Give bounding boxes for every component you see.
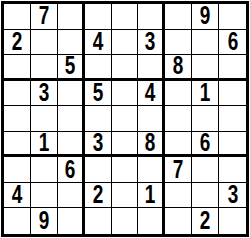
cell-r2c5[interactable] — [112, 30, 139, 56]
given-digit: 2 — [92, 183, 103, 208]
cell-r7c4[interactable] — [85, 157, 112, 183]
cell-r2c1[interactable]: 2 — [4, 30, 31, 56]
given-digit: 3 — [227, 183, 238, 208]
cell-r6c7[interactable] — [165, 132, 192, 158]
cell-r2c3[interactable] — [58, 30, 85, 56]
cell-r3c8[interactable] — [192, 55, 219, 81]
cell-r9c9[interactable] — [219, 208, 246, 234]
cell-r9c8[interactable]: 2 — [192, 208, 219, 234]
cell-r4c4[interactable]: 5 — [85, 81, 112, 107]
cell-r4c7[interactable] — [165, 81, 192, 107]
cell-r6c6[interactable]: 8 — [138, 132, 165, 158]
cell-r4c3[interactable] — [58, 81, 85, 107]
cell-r8c3[interactable] — [58, 183, 85, 209]
cell-r6c5[interactable] — [112, 132, 139, 158]
cell-r3c9[interactable] — [219, 55, 246, 81]
given-digit: 6 — [200, 132, 211, 156]
cell-r1c8[interactable]: 9 — [192, 4, 219, 30]
cell-r4c1[interactable] — [4, 81, 31, 107]
cell-r8c9[interactable]: 3 — [219, 183, 246, 209]
cell-r7c1[interactable] — [4, 157, 31, 183]
cell-r3c4[interactable] — [85, 55, 112, 81]
cell-r8c4[interactable]: 2 — [85, 183, 112, 209]
cell-r8c5[interactable] — [112, 183, 139, 209]
cell-r2c8[interactable] — [192, 30, 219, 56]
cell-r1c2[interactable]: 7 — [31, 4, 58, 30]
cell-r6c1[interactable] — [4, 132, 31, 158]
cell-r7c6[interactable] — [138, 157, 165, 183]
cell-r9c1[interactable] — [4, 208, 31, 234]
cell-r7c7[interactable]: 7 — [165, 157, 192, 183]
given-digit: 2 — [200, 208, 211, 234]
given-digit: 4 — [145, 81, 156, 106]
cell-r3c5[interactable] — [112, 55, 139, 81]
cell-r6c3[interactable] — [58, 132, 85, 158]
cell-r3c1[interactable] — [4, 55, 31, 81]
cell-r2c7[interactable] — [165, 30, 192, 56]
cell-r7c2[interactable] — [31, 157, 58, 183]
cell-r8c2[interactable] — [31, 183, 58, 209]
cell-r7c9[interactable] — [219, 157, 246, 183]
cell-r9c2[interactable]: 9 — [31, 208, 58, 234]
given-digit: 7 — [173, 157, 184, 182]
cell-r6c4[interactable]: 3 — [85, 132, 112, 158]
given-digit: 1 — [39, 132, 50, 156]
cell-r5c6[interactable] — [138, 106, 165, 132]
cell-r1c1[interactable] — [4, 4, 31, 30]
cell-r3c7[interactable]: 8 — [165, 55, 192, 81]
cell-r4c9[interactable] — [219, 81, 246, 107]
given-digit: 5 — [64, 55, 75, 79]
cell-r9c6[interactable] — [138, 208, 165, 234]
given-digit: 6 — [227, 30, 238, 55]
cell-r8c7[interactable] — [165, 183, 192, 209]
cell-r7c5[interactable] — [112, 157, 139, 183]
cell-r3c6[interactable] — [138, 55, 165, 81]
given-digit: 5 — [92, 81, 103, 106]
cell-r5c5[interactable] — [112, 106, 139, 132]
cell-r5c2[interactable] — [31, 106, 58, 132]
cell-r3c3[interactable]: 5 — [58, 55, 85, 81]
cell-r9c7[interactable] — [165, 208, 192, 234]
given-digit: 6 — [64, 157, 75, 182]
cell-r9c5[interactable] — [112, 208, 139, 234]
cell-r8c8[interactable] — [192, 183, 219, 209]
cell-r8c1[interactable]: 4 — [4, 183, 31, 209]
given-digit: 3 — [92, 132, 103, 156]
given-digit: 8 — [173, 55, 184, 79]
cell-r5c7[interactable] — [165, 106, 192, 132]
cell-r6c9[interactable] — [219, 132, 246, 158]
cell-r5c9[interactable] — [219, 106, 246, 132]
given-digit: 2 — [12, 30, 23, 55]
cell-r2c6[interactable]: 3 — [138, 30, 165, 56]
given-digit: 9 — [200, 4, 211, 29]
sudoku-grid: 792436583541138667421392 — [4, 4, 246, 234]
cell-r9c4[interactable] — [85, 208, 112, 234]
cell-r6c8[interactable]: 6 — [192, 132, 219, 158]
cell-r1c4[interactable] — [85, 4, 112, 30]
given-digit: 7 — [39, 4, 50, 29]
cell-r4c6[interactable]: 4 — [138, 81, 165, 107]
given-digit: 9 — [39, 208, 50, 234]
cell-r1c6[interactable] — [138, 4, 165, 30]
cell-r7c3[interactable]: 6 — [58, 157, 85, 183]
cell-r2c2[interactable] — [31, 30, 58, 56]
given-digit: 3 — [145, 30, 156, 55]
cell-r8c6[interactable]: 1 — [138, 183, 165, 209]
cell-r5c8[interactable] — [192, 106, 219, 132]
cell-r4c2[interactable]: 3 — [31, 81, 58, 107]
given-digit: 3 — [39, 81, 50, 106]
cell-r1c7[interactable] — [165, 4, 192, 30]
cell-r4c5[interactable] — [112, 81, 139, 107]
given-digit: 1 — [145, 183, 156, 208]
given-digit: 8 — [145, 132, 156, 156]
cell-r2c9[interactable]: 6 — [219, 30, 246, 56]
cell-r9c3[interactable] — [58, 208, 85, 234]
cell-r6c2[interactable]: 1 — [31, 132, 58, 158]
given-digit: 4 — [12, 183, 23, 208]
cell-r5c4[interactable] — [85, 106, 112, 132]
given-digit: 4 — [92, 30, 103, 55]
given-digit: 1 — [200, 81, 211, 106]
cell-r5c1[interactable] — [4, 106, 31, 132]
cell-r1c3[interactable] — [58, 4, 85, 30]
cell-r2c4[interactable]: 4 — [85, 30, 112, 56]
cell-r7c8[interactable] — [192, 157, 219, 183]
sudoku-board: 792436583541138667421392 — [1, 1, 249, 237]
cell-r1c5[interactable] — [112, 4, 139, 30]
cell-r4c8[interactable]: 1 — [192, 81, 219, 107]
cell-r3c2[interactable] — [31, 55, 58, 81]
cell-r1c9[interactable] — [219, 4, 246, 30]
cell-r5c3[interactable] — [58, 106, 85, 132]
